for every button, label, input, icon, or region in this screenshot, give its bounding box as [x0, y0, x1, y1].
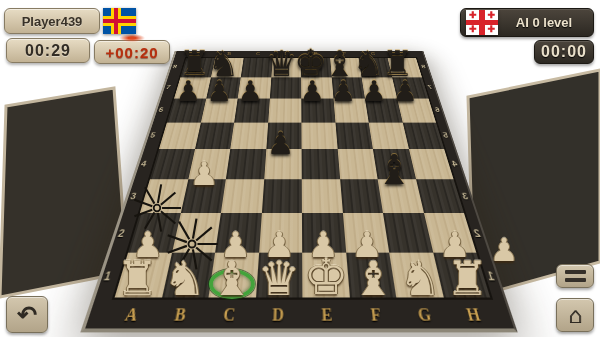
piece-black-bishop-g4[interactable]: ♝ [376, 150, 413, 191]
bonus-flash-decoration [119, 34, 145, 42]
piece-black-pawn-a7[interactable]: ♟ [175, 77, 201, 106]
aland-flag [103, 8, 136, 34]
captured-white-pawn: ♟ [490, 234, 519, 266]
white-player-plate: Player439 [4, 8, 100, 34]
georgia-flag: ✚✚ ✚✚ [466, 10, 498, 35]
undo-button[interactable]: ↶ [6, 296, 48, 333]
white-player-name: Player439 [22, 14, 83, 29]
piece-white-knight-g1[interactable]: ♞ [399, 255, 441, 302]
piece-black-pawn-f7[interactable]: ♟ [330, 77, 356, 106]
pieces-layer: ♜♞♛♚♝♞♜♟♟♟♟♟♟♟♟♝♟♟♟♟♟♟♟♜♞♝♛♚♝♞♜♟ [0, 0, 600, 337]
piece-black-pawn-h7[interactable]: ♟ [392, 77, 418, 106]
black-player-name: AI 0 level [516, 15, 572, 30]
home-button[interactable]: ⌂ [556, 298, 594, 332]
piece-black-pawn-g7[interactable]: ♟ [361, 77, 387, 106]
undo-icon: ↶ [17, 303, 37, 327]
black-clock-plate: 00:00 [534, 40, 594, 64]
home-icon: ⌂ [568, 304, 582, 327]
piece-black-pawn-e7[interactable]: ♟ [299, 77, 325, 106]
white-clock: 00:29 [25, 42, 71, 60]
game-scene: ABCDEFGH ABCDEFGH 87654321 87654321 ♜♞♛♚… [0, 0, 600, 337]
piece-white-pawn-b4[interactable]: ♟ [190, 158, 219, 190]
white-bonus-time: +00:20 [105, 44, 158, 61]
piece-white-rook-h1[interactable]: ♜ [446, 255, 488, 302]
piece-white-king-e1[interactable]: ♚ [304, 253, 349, 303]
piece-white-rook-a1[interactable]: ♜ [116, 255, 158, 302]
menu-button[interactable] [556, 264, 594, 288]
black-clock: 00:00 [541, 43, 587, 61]
piece-black-pawn-b7[interactable]: ♟ [206, 77, 232, 106]
piece-white-knight-b1[interactable]: ♞ [163, 255, 205, 302]
piece-white-queen-d1[interactable]: ♛ [258, 255, 300, 302]
piece-white-bishop-c1[interactable]: ♝ [211, 255, 253, 302]
piece-white-bishop-f1[interactable]: ♝ [352, 255, 394, 302]
menu-icon [565, 270, 586, 282]
white-bonus-plate: +00:20 [94, 40, 170, 64]
piece-black-pawn-c7[interactable]: ♟ [237, 77, 263, 106]
white-clock-plate: 00:29 [6, 38, 90, 63]
piece-black-queen-d8[interactable]: ♛ [266, 46, 298, 81]
piece-black-pawn-d5[interactable]: ♟ [267, 129, 295, 160]
